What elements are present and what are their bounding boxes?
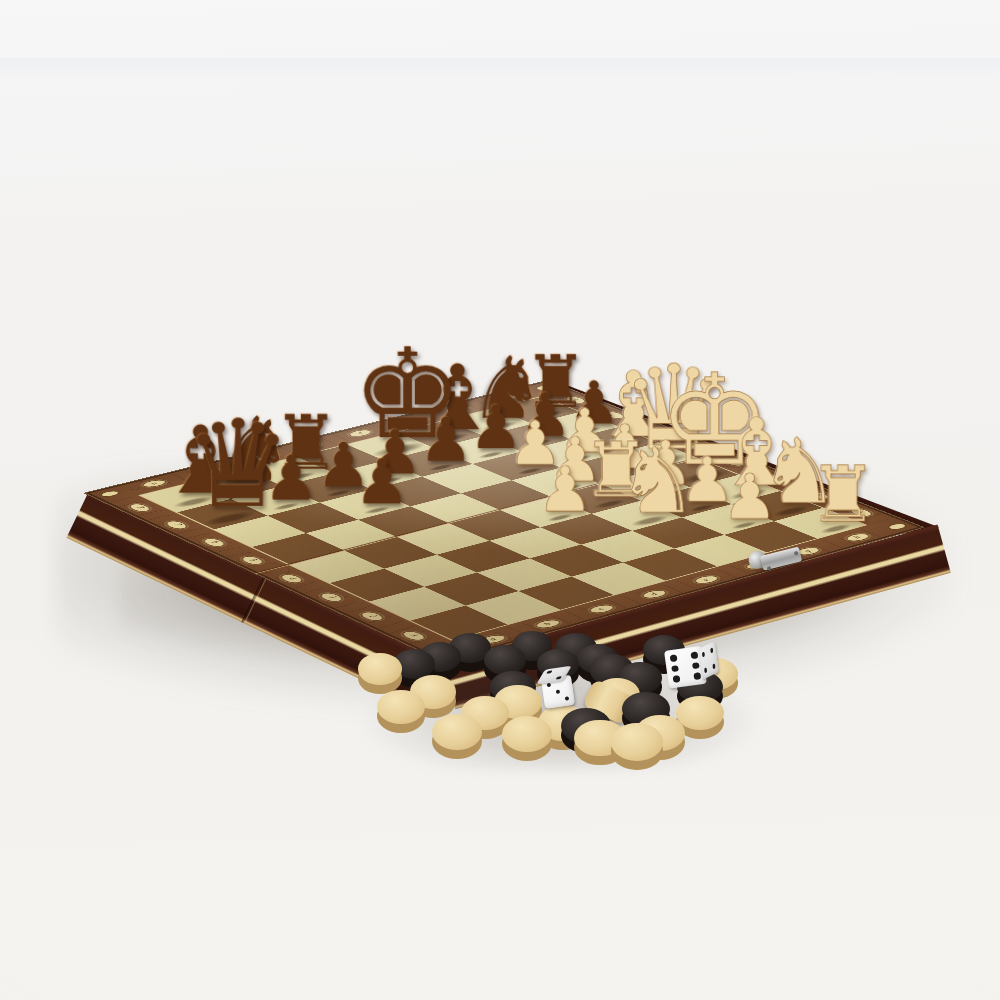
checkers-pile (0, 0, 1000, 1000)
product-photo-scene: abcdefgh abcdefgh 87654321 87654321 ♝♞♜♚… (0, 0, 1000, 1000)
die-pip (710, 647, 713, 653)
die-pip (702, 651, 705, 657)
clasp-screw-icon (767, 566, 772, 571)
checker-light (432, 714, 482, 759)
die-pip (671, 665, 678, 672)
checker-top (358, 653, 402, 684)
checker-light (611, 723, 663, 769)
die-pip (673, 676, 680, 683)
checker-top (432, 714, 482, 750)
checker-top (611, 723, 663, 760)
checker-top (377, 690, 425, 724)
die-pip (556, 676, 561, 679)
die-pip (670, 654, 677, 661)
die-pip (555, 689, 560, 694)
die-pip (546, 682, 551, 687)
die-pip (713, 663, 716, 669)
die-pip (564, 696, 569, 701)
checker-light (358, 653, 402, 693)
die-pip (547, 671, 552, 674)
die-pip (692, 662, 699, 669)
die-pip (694, 673, 701, 680)
die-pip (704, 668, 707, 674)
die-pip (691, 652, 698, 659)
checker-light (377, 690, 425, 733)
checker-light (502, 716, 553, 761)
